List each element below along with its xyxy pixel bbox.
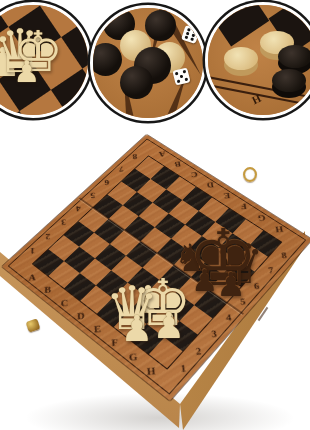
inset-backgammon-closeup bbox=[90, 5, 206, 121]
brass-hinge-ring bbox=[243, 167, 257, 182]
checker-black bbox=[272, 69, 306, 100]
brass-latch bbox=[26, 318, 41, 332]
checker-black bbox=[120, 66, 153, 99]
inset-checkers-closeup: H bbox=[205, 2, 310, 118]
checker-black bbox=[145, 10, 176, 41]
chess-piece-black-pawn: ♟ bbox=[192, 266, 219, 296]
chess-piece-black-pawn: ♟ bbox=[216, 268, 246, 301]
checker-cream bbox=[224, 47, 258, 78]
product-photo: ABCDEFGH ABCDEFGH 87654321 87654321 ♛ ♚ … bbox=[0, 0, 310, 430]
chess-piece-white-pawn: ♟ bbox=[14, 57, 41, 87]
chess-piece-white-pawn: ♟ bbox=[153, 308, 185, 344]
chess-piece-white-pawn: ♟ bbox=[121, 311, 153, 347]
inset-chess-closeup: ♟ ♛ ♚ ♟ bbox=[0, 2, 91, 118]
